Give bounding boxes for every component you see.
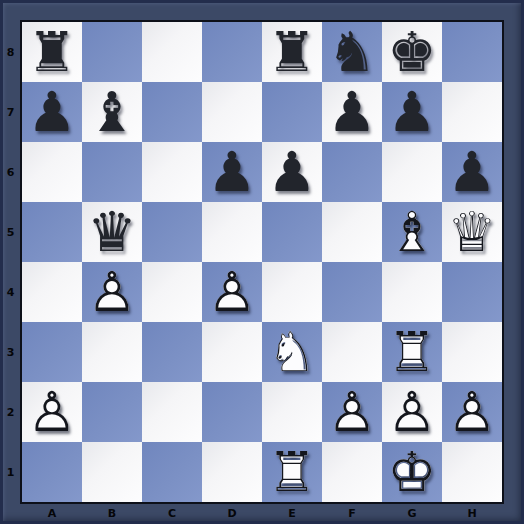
square-e8[interactable] — [262, 22, 322, 82]
rank-label-6: 6 — [2, 142, 19, 202]
square-d3[interactable] — [202, 322, 262, 382]
rank-label-2: 2 — [2, 382, 19, 442]
square-a8[interactable] — [22, 22, 82, 82]
black-rook[interactable] — [262, 22, 322, 82]
square-c3[interactable] — [142, 322, 202, 382]
square-h8[interactable] — [442, 22, 502, 82]
square-e3[interactable] — [262, 322, 322, 382]
black-knight[interactable] — [322, 22, 382, 82]
square-e2[interactable] — [262, 382, 322, 442]
white-bishop[interactable] — [382, 202, 442, 262]
square-e7[interactable] — [262, 82, 322, 142]
square-d6[interactable] — [202, 142, 262, 202]
white-pawn[interactable] — [382, 382, 442, 442]
square-g6[interactable] — [382, 142, 442, 202]
square-c7[interactable] — [142, 82, 202, 142]
square-f5[interactable] — [322, 202, 382, 262]
file-label-b: B — [82, 505, 142, 521]
square-b2[interactable] — [82, 382, 142, 442]
square-g5[interactable] — [382, 202, 442, 262]
square-g2[interactable] — [382, 382, 442, 442]
rank-label-3: 3 — [2, 322, 19, 382]
black-pawn[interactable] — [322, 82, 382, 142]
square-a2[interactable] — [22, 382, 82, 442]
square-e5[interactable] — [262, 202, 322, 262]
file-label-a: A — [22, 505, 82, 521]
square-e1[interactable] — [262, 442, 322, 502]
white-pawn[interactable] — [82, 262, 142, 322]
black-pawn[interactable] — [382, 82, 442, 142]
file-label-h: H — [442, 505, 502, 521]
square-e6[interactable] — [262, 142, 322, 202]
chess-board-frame: 87654321 ABCDEFGH — [0, 0, 524, 524]
square-g4[interactable] — [382, 262, 442, 322]
square-e4[interactable] — [262, 262, 322, 322]
square-c6[interactable] — [142, 142, 202, 202]
black-rook[interactable] — [22, 22, 82, 82]
square-g1[interactable] — [382, 442, 442, 502]
white-knight[interactable] — [262, 322, 322, 382]
square-c1[interactable] — [142, 442, 202, 502]
square-d1[interactable] — [202, 442, 262, 502]
square-h1[interactable] — [442, 442, 502, 502]
square-d5[interactable] — [202, 202, 262, 262]
board — [20, 20, 504, 504]
square-f8[interactable] — [322, 22, 382, 82]
white-pawn[interactable] — [202, 262, 262, 322]
white-rook[interactable] — [382, 322, 442, 382]
square-b4[interactable] — [82, 262, 142, 322]
square-h2[interactable] — [442, 382, 502, 442]
rank-label-5: 5 — [2, 202, 19, 262]
square-a3[interactable] — [22, 322, 82, 382]
square-b7[interactable] — [82, 82, 142, 142]
square-b3[interactable] — [82, 322, 142, 382]
square-f2[interactable] — [322, 382, 382, 442]
file-label-f: F — [322, 505, 382, 521]
square-h4[interactable] — [442, 262, 502, 322]
square-g8[interactable] — [382, 22, 442, 82]
square-d8[interactable] — [202, 22, 262, 82]
white-queen[interactable] — [442, 202, 502, 262]
square-f3[interactable] — [322, 322, 382, 382]
square-g3[interactable] — [382, 322, 442, 382]
square-c8[interactable] — [142, 22, 202, 82]
square-b1[interactable] — [82, 442, 142, 502]
square-d2[interactable] — [202, 382, 262, 442]
black-pawn[interactable] — [22, 82, 82, 142]
file-label-c: C — [142, 505, 202, 521]
square-a5[interactable] — [22, 202, 82, 262]
square-b6[interactable] — [82, 142, 142, 202]
rank-label-1: 1 — [2, 442, 19, 502]
square-g7[interactable] — [382, 82, 442, 142]
square-h7[interactable] — [442, 82, 502, 142]
white-pawn[interactable] — [322, 382, 382, 442]
square-a1[interactable] — [22, 442, 82, 502]
square-a4[interactable] — [22, 262, 82, 322]
white-rook[interactable] — [262, 442, 322, 502]
square-h3[interactable] — [442, 322, 502, 382]
rank-label-4: 4 — [2, 262, 19, 322]
white-pawn[interactable] — [22, 382, 82, 442]
square-f6[interactable] — [322, 142, 382, 202]
square-d4[interactable] — [202, 262, 262, 322]
black-pawn[interactable] — [202, 142, 262, 202]
white-pawn[interactable] — [442, 382, 502, 442]
square-a6[interactable] — [22, 142, 82, 202]
black-pawn[interactable] — [262, 142, 322, 202]
black-bishop[interactable] — [82, 82, 142, 142]
square-f4[interactable] — [322, 262, 382, 322]
square-a7[interactable] — [22, 82, 82, 142]
square-f7[interactable] — [322, 82, 382, 142]
square-b8[interactable] — [82, 22, 142, 82]
square-d7[interactable] — [202, 82, 262, 142]
rank-label-8: 8 — [2, 22, 19, 82]
square-h5[interactable] — [442, 202, 502, 262]
white-king[interactable] — [382, 442, 442, 502]
square-c5[interactable] — [142, 202, 202, 262]
square-h6[interactable] — [442, 142, 502, 202]
black-queen[interactable] — [82, 202, 142, 262]
square-c4[interactable] — [142, 262, 202, 322]
black-pawn[interactable] — [442, 142, 502, 202]
square-b5[interactable] — [82, 202, 142, 262]
square-c2[interactable] — [142, 382, 202, 442]
rank-label-7: 7 — [2, 82, 19, 142]
file-label-e: E — [262, 505, 322, 521]
file-label-d: D — [202, 505, 262, 521]
file-label-g: G — [382, 505, 442, 521]
black-king[interactable] — [382, 22, 442, 82]
square-f1[interactable] — [322, 442, 382, 502]
